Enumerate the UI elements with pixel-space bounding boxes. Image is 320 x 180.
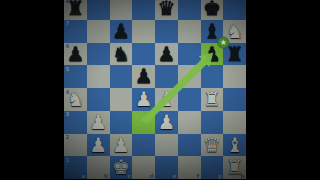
square-a2[interactable]: 2: [64, 134, 87, 157]
square-a1[interactable]: 1a: [64, 156, 87, 179]
black-knight[interactable]: ♞: [110, 43, 133, 66]
white-pawn[interactable]: ♟: [110, 134, 133, 157]
file-label-e: e: [173, 173, 177, 179]
square-g1[interactable]: g: [201, 156, 224, 179]
white-rook[interactable]: ♜: [201, 88, 224, 111]
square-e1[interactable]: e: [155, 156, 178, 179]
rank-label-1: 1: [66, 157, 70, 163]
square-e4[interactable]: ♝: [155, 88, 178, 111]
square-h4[interactable]: [223, 88, 246, 111]
black-pawn[interactable]: ♟: [201, 43, 224, 66]
square-a5[interactable]: 5: [64, 65, 87, 88]
black-bishop[interactable]: ♝: [201, 20, 224, 43]
square-d5[interactable]: ♟: [132, 65, 155, 88]
square-e6[interactable]: ♟: [155, 43, 178, 66]
square-f7[interactable]: [178, 20, 201, 43]
white-bishop[interactable]: ♝: [155, 88, 178, 111]
square-f8[interactable]: [178, 0, 201, 20]
square-b8[interactable]: [87, 0, 110, 20]
black-rook[interactable]: ♜: [223, 43, 246, 66]
square-h8[interactable]: [223, 0, 246, 20]
square-b3[interactable]: ♟: [87, 111, 110, 134]
black-pawn[interactable]: ♟: [155, 43, 178, 66]
square-g5[interactable]: [201, 65, 224, 88]
white-pawn[interactable]: ♟: [87, 111, 110, 134]
square-h2[interactable]: ♝: [223, 134, 246, 157]
black-queen[interactable]: ♛: [155, 0, 178, 20]
letterbox-right: [247, 0, 320, 180]
square-f5[interactable]: [178, 65, 201, 88]
square-h1[interactable]: ♜h: [223, 156, 246, 179]
black-pawn[interactable]: ♟: [132, 65, 155, 88]
square-a4[interactable]: ♞4: [64, 88, 87, 111]
square-f3[interactable]: [178, 111, 201, 134]
rank-label-3: 3: [66, 111, 70, 117]
white-knight[interactable]: ♞: [223, 20, 246, 43]
square-h5[interactable]: [223, 65, 246, 88]
white-king[interactable]: ♚: [110, 156, 133, 179]
file-label-b: b: [104, 173, 108, 179]
square-b4[interactable]: [87, 88, 110, 111]
square-g6[interactable]: ♟: [201, 43, 224, 66]
square-c5[interactable]: [110, 65, 133, 88]
video-frame: ♜8♛♚7♟♝♞♟6♞♟♟♜5♟♞4♟♝♜3♟♟2♟♟♛♝1ab♚cdefg♜h…: [0, 0, 320, 180]
square-d8[interactable]: [132, 0, 155, 20]
black-pawn[interactable]: ♟: [64, 43, 87, 66]
square-f2[interactable]: [178, 134, 201, 157]
white-queen[interactable]: ♛: [201, 134, 224, 157]
square-h3[interactable]: [223, 111, 246, 134]
file-label-a: a: [82, 173, 86, 179]
square-c1[interactable]: ♚c: [110, 156, 133, 179]
rank-label-7: 7: [66, 20, 70, 26]
square-d2[interactable]: [132, 134, 155, 157]
square-e8[interactable]: ♛: [155, 0, 178, 20]
white-knight[interactable]: ♞: [64, 88, 87, 111]
square-d6[interactable]: [132, 43, 155, 66]
rank-label-5: 5: [66, 66, 70, 72]
square-e3[interactable]: ♟: [155, 111, 178, 134]
square-e5[interactable]: [155, 65, 178, 88]
file-label-g: g: [218, 173, 222, 179]
black-pawn[interactable]: ♟: [110, 20, 133, 43]
square-d4[interactable]: ♟: [132, 88, 155, 111]
square-c8[interactable]: [110, 0, 133, 20]
square-g7[interactable]: ♝: [201, 20, 224, 43]
square-c3[interactable]: [110, 111, 133, 134]
square-g2[interactable]: ♛: [201, 134, 224, 157]
square-a6[interactable]: ♟6: [64, 43, 87, 66]
square-f1[interactable]: f: [178, 156, 201, 179]
black-king[interactable]: ♚: [201, 0, 224, 20]
square-g8[interactable]: ♚: [201, 0, 224, 20]
rank-label-2: 2: [66, 134, 70, 140]
file-label-f: f: [197, 173, 199, 179]
square-b6[interactable]: [87, 43, 110, 66]
square-e2[interactable]: [155, 134, 178, 157]
square-e7[interactable]: [155, 20, 178, 43]
square-a8[interactable]: ♜8: [64, 0, 87, 20]
square-b5[interactable]: [87, 65, 110, 88]
square-f6[interactable]: [178, 43, 201, 66]
square-d1[interactable]: d: [132, 156, 155, 179]
black-rook[interactable]: ♜: [64, 0, 87, 20]
square-c7[interactable]: ♟: [110, 20, 133, 43]
square-c6[interactable]: ♞: [110, 43, 133, 66]
square-a3[interactable]: 3: [64, 111, 87, 134]
white-rook[interactable]: ♜: [223, 156, 246, 179]
square-g3[interactable]: [201, 111, 224, 134]
white-pawn[interactable]: ♟: [87, 134, 110, 157]
square-c4[interactable]: [110, 88, 133, 111]
letterbox-left: [0, 0, 64, 180]
square-b7[interactable]: [87, 20, 110, 43]
square-d3[interactable]: [132, 111, 155, 134]
white-pawn[interactable]: ♟: [132, 88, 155, 111]
square-g4[interactable]: ♜: [201, 88, 224, 111]
white-pawn[interactable]: ♟: [155, 111, 178, 134]
chess-board: ♜8♛♚7♟♝♞♟6♞♟♟♜5♟♞4♟♝♜3♟♟2♟♟♛♝1ab♚cdefg♜h: [64, 0, 246, 179]
square-f4[interactable]: [178, 88, 201, 111]
square-h6[interactable]: ♜: [223, 43, 246, 66]
square-h7[interactable]: ♞: [223, 20, 246, 43]
square-b2[interactable]: ♟: [87, 134, 110, 157]
square-d7[interactable]: [132, 20, 155, 43]
square-b1[interactable]: b: [87, 156, 110, 179]
square-a7[interactable]: 7: [64, 20, 87, 43]
square-c2[interactable]: ♟: [110, 134, 133, 157]
white-bishop[interactable]: ♝: [223, 134, 246, 157]
file-label-d: d: [150, 173, 154, 179]
